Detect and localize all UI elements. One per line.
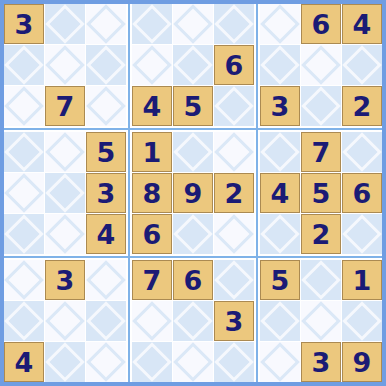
sudoku-cell-r2c6: 6 — [214, 45, 254, 85]
sudoku-box-3: 6432 — [260, 4, 382, 126]
sudoku-cell-r8c2[interactable] — [45, 301, 85, 341]
sudoku-cell-r8c3[interactable] — [86, 301, 126, 341]
sudoku-cell-r1c6[interactable] — [214, 4, 254, 44]
given-digit: 7 — [143, 267, 162, 294]
sudoku-cell-r9c2[interactable] — [45, 342, 85, 382]
sudoku-cell-r1c3[interactable] — [86, 4, 126, 44]
sudoku-cell-r6c4: 6 — [132, 214, 172, 254]
sudoku-cell-r8c4[interactable] — [132, 301, 172, 341]
sudoku-cell-r9c1: 4 — [4, 342, 44, 382]
sudoku-cell-r9c3[interactable] — [86, 342, 126, 382]
sudoku-cell-r2c4[interactable] — [132, 45, 172, 85]
sudoku-cell-r9c7[interactable] — [260, 342, 300, 382]
sudoku-cell-r7c5: 6 — [173, 260, 213, 300]
given-digit: 5 — [97, 139, 116, 166]
sudoku-cell-r6c5[interactable] — [173, 214, 213, 254]
sudoku-box-7: 34 — [4, 260, 126, 382]
sudoku-cell-r8c7[interactable] — [260, 301, 300, 341]
sudoku-board: 3764564325341892674562347635139 — [0, 0, 386, 386]
sudoku-box-9: 5139 — [260, 260, 382, 382]
given-digit: 4 — [271, 180, 290, 207]
sudoku-cell-r8c8[interactable] — [301, 301, 341, 341]
sudoku-box-2: 645 — [132, 4, 254, 126]
sudoku-cell-r1c7[interactable] — [260, 4, 300, 44]
sudoku-cell-r7c2: 3 — [45, 260, 85, 300]
given-digit: 7 — [312, 139, 331, 166]
given-digit: 4 — [353, 11, 372, 38]
given-digit: 2 — [312, 221, 331, 248]
sudoku-cell-r5c6: 2 — [214, 173, 254, 213]
sudoku-cell-r6c2[interactable] — [45, 214, 85, 254]
sudoku-cell-r2c2[interactable] — [45, 45, 85, 85]
given-digit: 3 — [97, 180, 116, 207]
sudoku-cell-r6c8: 2 — [301, 214, 341, 254]
given-digit: 1 — [143, 139, 162, 166]
sudoku-cell-r1c4[interactable] — [132, 4, 172, 44]
given-digit: 5 — [271, 267, 290, 294]
sudoku-cell-r4c9[interactable] — [342, 132, 382, 172]
sudoku-cell-r5c7: 4 — [260, 173, 300, 213]
sudoku-cell-r2c8[interactable] — [301, 45, 341, 85]
sudoku-box-6: 74562 — [260, 132, 382, 254]
sudoku-cell-r7c3[interactable] — [86, 260, 126, 300]
sudoku-cell-r8c1[interactable] — [4, 301, 44, 341]
given-digit: 4 — [97, 221, 116, 248]
sudoku-cell-r3c5: 5 — [173, 86, 213, 126]
sudoku-cell-r3c3[interactable] — [86, 86, 126, 126]
sudoku-cell-r6c1[interactable] — [4, 214, 44, 254]
sudoku-cell-r6c3: 4 — [86, 214, 126, 254]
sudoku-cell-r4c2[interactable] — [45, 132, 85, 172]
given-digit: 7 — [56, 93, 75, 120]
sudoku-cell-r9c9: 9 — [342, 342, 382, 382]
sudoku-cell-r8c6: 3 — [214, 301, 254, 341]
sudoku-cell-r7c8[interactable] — [301, 260, 341, 300]
given-digit: 3 — [56, 267, 75, 294]
sudoku-cell-r1c9: 4 — [342, 4, 382, 44]
sudoku-cell-r5c2[interactable] — [45, 173, 85, 213]
sudoku-cell-r5c5: 9 — [173, 173, 213, 213]
given-digit: 3 — [15, 11, 34, 38]
sudoku-cell-r2c1[interactable] — [4, 45, 44, 85]
sudoku-cell-r2c5[interactable] — [173, 45, 213, 85]
sudoku-cell-r3c4: 4 — [132, 86, 172, 126]
sudoku-box-4: 534 — [4, 132, 126, 254]
sudoku-cell-r4c5[interactable] — [173, 132, 213, 172]
sudoku-cell-r1c1: 3 — [4, 4, 44, 44]
sudoku-cell-r4c7[interactable] — [260, 132, 300, 172]
given-digit: 6 — [353, 180, 372, 207]
given-digit: 2 — [353, 93, 372, 120]
sudoku-cell-r5c9: 6 — [342, 173, 382, 213]
sudoku-cell-r9c5[interactable] — [173, 342, 213, 382]
given-digit: 5 — [184, 93, 203, 120]
sudoku-cell-r4c3: 5 — [86, 132, 126, 172]
sudoku-cell-r3c1[interactable] — [4, 86, 44, 126]
sudoku-cell-r9c8: 3 — [301, 342, 341, 382]
sudoku-cell-r4c4: 1 — [132, 132, 172, 172]
sudoku-cell-r5c3: 3 — [86, 173, 126, 213]
sudoku-cell-r8c5[interactable] — [173, 301, 213, 341]
given-digit: 8 — [143, 180, 162, 207]
sudoku-cell-r3c8[interactable] — [301, 86, 341, 126]
sudoku-cell-r6c6[interactable] — [214, 214, 254, 254]
given-digit: 2 — [225, 180, 244, 207]
sudoku-cell-r2c7[interactable] — [260, 45, 300, 85]
sudoku-cell-r5c8: 5 — [301, 173, 341, 213]
sudoku-cell-r9c4[interactable] — [132, 342, 172, 382]
sudoku-cell-r9c6[interactable] — [214, 342, 254, 382]
sudoku-cell-r1c5[interactable] — [173, 4, 213, 44]
given-digit: 9 — [353, 349, 372, 376]
given-digit: 3 — [225, 308, 244, 335]
sudoku-cell-r4c1[interactable] — [4, 132, 44, 172]
sudoku-box-8: 763 — [132, 260, 254, 382]
sudoku-cell-r5c4: 8 — [132, 173, 172, 213]
sudoku-cell-r7c7: 5 — [260, 260, 300, 300]
given-digit: 6 — [225, 52, 244, 79]
sudoku-cell-r2c3[interactable] — [86, 45, 126, 85]
given-digit: 6 — [143, 221, 162, 248]
sudoku-cell-r2c9[interactable] — [342, 45, 382, 85]
sudoku-cell-r6c7[interactable] — [260, 214, 300, 254]
sudoku-cell-r7c4: 7 — [132, 260, 172, 300]
sudoku-cell-r7c6[interactable] — [214, 260, 254, 300]
given-digit: 6 — [184, 267, 203, 294]
sudoku-cell-r4c6[interactable] — [214, 132, 254, 172]
given-digit: 5 — [312, 180, 331, 207]
sudoku-cell-r3c9: 2 — [342, 86, 382, 126]
sudoku-cell-r5c1[interactable] — [4, 173, 44, 213]
sudoku-cell-r8c9[interactable] — [342, 301, 382, 341]
given-digit: 4 — [143, 93, 162, 120]
sudoku-cell-r1c2[interactable] — [45, 4, 85, 44]
given-digit: 3 — [271, 93, 290, 120]
sudoku-cell-r3c6[interactable] — [214, 86, 254, 126]
given-digit: 3 — [312, 349, 331, 376]
sudoku-cell-r1c8: 6 — [301, 4, 341, 44]
given-digit: 4 — [15, 349, 34, 376]
sudoku-box-1: 37 — [4, 4, 126, 126]
given-digit: 6 — [312, 11, 331, 38]
given-digit: 9 — [184, 180, 203, 207]
sudoku-cell-r3c7: 3 — [260, 86, 300, 126]
sudoku-box-5: 18926 — [132, 132, 254, 254]
sudoku-cell-r7c1[interactable] — [4, 260, 44, 300]
sudoku-cell-r4c8: 7 — [301, 132, 341, 172]
sudoku-cell-r7c9: 1 — [342, 260, 382, 300]
given-digit: 1 — [353, 267, 372, 294]
sudoku-cell-r6c9[interactable] — [342, 214, 382, 254]
sudoku-cell-r3c2: 7 — [45, 86, 85, 126]
